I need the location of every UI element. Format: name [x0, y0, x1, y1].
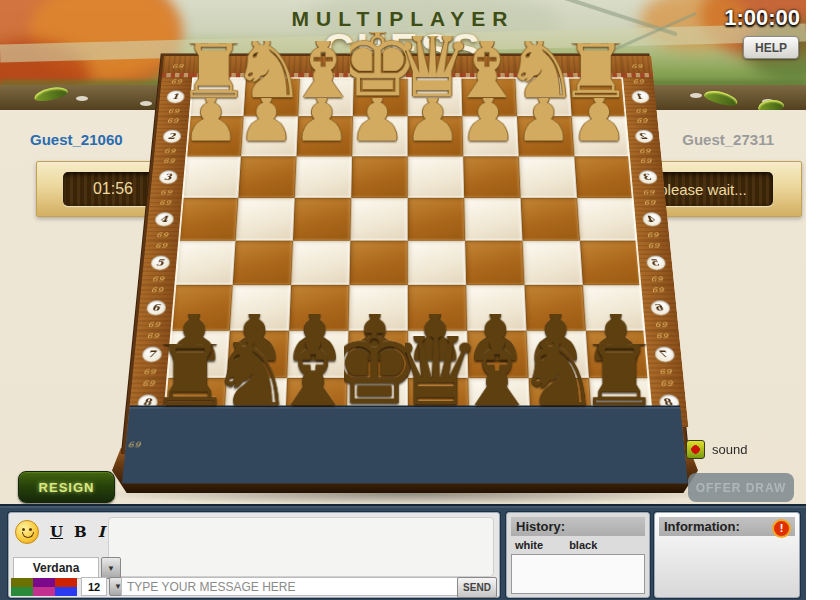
square-f3[interactable] — [295, 156, 352, 197]
color-swatch-3[interactable] — [11, 587, 33, 596]
font-dropdown-arrow-icon[interactable]: ▼ — [101, 557, 121, 579]
rank-label-left-1: 69169 — [158, 77, 192, 116]
square-b4[interactable] — [521, 198, 580, 241]
square-g2[interactable] — [241, 116, 298, 156]
square-c7[interactable] — [467, 331, 528, 378]
square-b7[interactable] — [527, 331, 589, 378]
board-frame-corner: 69 — [162, 56, 194, 77]
square-a6[interactable] — [583, 285, 645, 331]
square-d6[interactable] — [408, 285, 467, 331]
player-name-right: Guest_27311 — [682, 131, 774, 148]
offer-draw-button: OFFER DRAW — [688, 473, 794, 502]
move-list[interactable] — [511, 554, 645, 594]
color-swatch-0[interactable] — [11, 578, 33, 587]
square-c3[interactable] — [463, 156, 520, 197]
square-f7[interactable] — [287, 331, 348, 378]
sound-toggle-icon[interactable] — [686, 440, 705, 459]
square-d2[interactable] — [408, 116, 464, 156]
square-d5[interactable] — [408, 241, 466, 285]
board-grid: 6969691696916969269692696936969369694696… — [122, 54, 688, 453]
pebble — [76, 96, 88, 101]
bold-button[interactable]: B — [74, 525, 87, 540]
square-b5[interactable] — [523, 241, 583, 285]
board-frame-top — [514, 56, 569, 77]
square-b3[interactable] — [519, 156, 577, 197]
rank-label-right-2: 69269 — [626, 116, 661, 156]
square-c5[interactable] — [465, 241, 524, 285]
rank-label-left-6: 69669 — [137, 285, 174, 331]
rank-label-left-5: 69569 — [141, 241, 178, 285]
rank-label-left-7: 69769 — [132, 331, 170, 378]
rank-label-right-7: 69769 — [645, 331, 683, 378]
square-d3[interactable] — [408, 156, 465, 197]
italic-button[interactable]: I — [98, 525, 105, 540]
square-e5[interactable] — [349, 241, 407, 285]
square-g1[interactable] — [244, 77, 300, 116]
rank-label-right-3: 69369 — [630, 156, 666, 197]
warning-icon[interactable]: ! — [772, 519, 791, 538]
square-e6[interactable] — [349, 285, 408, 331]
board-frame-top — [192, 56, 247, 77]
square-g3[interactable] — [238, 156, 296, 197]
board-frame-top — [461, 56, 515, 77]
rank-label-right-1: 69169 — [623, 77, 657, 116]
square-f5[interactable] — [291, 241, 350, 285]
square-h5[interactable] — [174, 241, 235, 285]
square-e2[interactable] — [352, 116, 408, 156]
chat-input[interactable] — [121, 577, 459, 596]
rank-label-right-4: 69469 — [634, 198, 670, 241]
square-f4[interactable] — [293, 198, 351, 241]
square-a5[interactable] — [580, 241, 641, 285]
rank-label-right-5: 69569 — [637, 241, 674, 285]
information-panel: Information: ! — [654, 512, 800, 598]
square-g5[interactable] — [233, 241, 293, 285]
square-b6[interactable] — [525, 285, 586, 331]
square-a3[interactable] — [574, 156, 633, 197]
square-e3[interactable] — [351, 156, 407, 197]
color-swatch-2[interactable] — [55, 578, 77, 587]
rank-label-right-6: 69669 — [641, 285, 679, 331]
square-g4[interactable] — [236, 198, 295, 241]
square-d1[interactable] — [408, 77, 463, 116]
board-frame-top — [354, 56, 408, 77]
square-a7[interactable] — [586, 331, 650, 378]
rank-label-left-4: 69469 — [146, 198, 182, 241]
pebble — [690, 93, 702, 98]
square-f1[interactable] — [298, 77, 353, 116]
sound-label: sound — [712, 442, 747, 457]
square-h1[interactable] — [189, 77, 246, 116]
square-d7[interactable] — [408, 331, 468, 378]
square-c2[interactable] — [462, 116, 518, 156]
square-f2[interactable] — [297, 116, 353, 156]
square-c1[interactable] — [461, 77, 517, 116]
square-g7[interactable] — [227, 331, 289, 378]
square-c4[interactable] — [464, 198, 522, 241]
rank-label-left-2: 69269 — [154, 116, 189, 156]
square-d4[interactable] — [408, 198, 465, 241]
chess-board: 6969691696916969269692696936969369694696… — [122, 0, 688, 453]
board-frame-top — [568, 56, 623, 77]
chat-message-area — [108, 517, 494, 577]
chess-app: ♟ MULTIPLAYER CHESS 1:00:00 HELP Guest_2… — [0, 0, 806, 600]
send-button[interactable]: SEND — [457, 577, 497, 598]
chat-panel: U B I Verdana ▼ 12 ▼ SEND — [8, 512, 500, 598]
square-e7[interactable] — [348, 331, 408, 378]
history-col-black: black — [569, 539, 597, 551]
color-swatch-4[interactable] — [33, 587, 55, 596]
square-h6[interactable] — [170, 285, 232, 331]
square-f6[interactable] — [289, 285, 349, 331]
resign-button[interactable]: RESIGN — [18, 471, 115, 503]
board-frame-top — [300, 56, 354, 77]
square-b2[interactable] — [517, 116, 574, 156]
bottom-panel: U B I Verdana ▼ 12 ▼ SEND History: white… — [0, 504, 806, 600]
square-h4[interactable] — [178, 198, 238, 241]
square-a2[interactable] — [572, 116, 630, 156]
board-frame-top — [408, 56, 462, 77]
font-select[interactable]: Verdana — [13, 557, 99, 579]
help-button[interactable]: HELP — [743, 36, 799, 59]
color-swatch-5[interactable] — [55, 587, 77, 596]
square-g6[interactable] — [230, 285, 291, 331]
smiley-icon[interactable] — [15, 520, 39, 544]
font-size-select[interactable]: 12 — [81, 577, 107, 596]
square-h2[interactable] — [185, 116, 243, 156]
history-title: History: — [511, 517, 645, 536]
square-h7[interactable] — [166, 331, 229, 378]
square-e1[interactable] — [353, 77, 408, 116]
square-e4[interactable] — [350, 198, 407, 241]
player-name-left: Guest_21060 — [30, 131, 123, 148]
history-col-white: white — [515, 539, 543, 551]
board-frame-corner: 69 — [621, 56, 653, 77]
square-a4[interactable] — [577, 198, 637, 241]
square-a1[interactable] — [569, 77, 626, 116]
sound-control: sound — [686, 440, 747, 459]
rank-label-left-3: 69369 — [150, 156, 185, 197]
board-frame-corner: 69 — [122, 405, 688, 483]
color-palette — [11, 578, 77, 596]
square-b1[interactable] — [515, 77, 571, 116]
game-total-clock: 1:00:00 — [724, 5, 800, 31]
information-title: Information: ! — [659, 517, 795, 536]
underline-button[interactable]: U — [50, 525, 63, 540]
board-frame-top — [246, 56, 301, 77]
color-swatch-1[interactable] — [33, 578, 55, 587]
history-panel: History: white black — [506, 512, 650, 598]
square-h3[interactable] — [182, 156, 241, 197]
square-c6[interactable] — [466, 285, 526, 331]
